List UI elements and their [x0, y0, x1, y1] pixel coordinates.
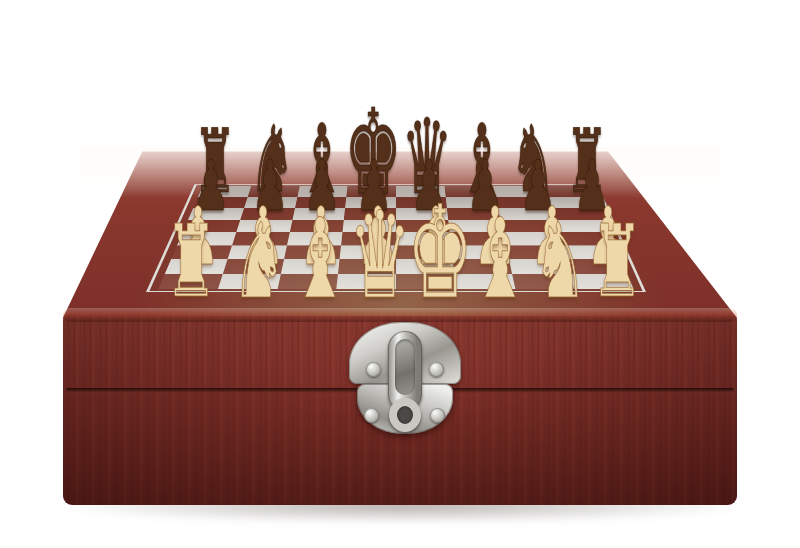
piece-white-bishop-f1[interactable]: ♝ [471, 204, 528, 314]
piece-white-rook-h1[interactable]: ♜ [591, 212, 643, 312]
screw-icon [430, 408, 445, 423]
piece-white-bishop-c1[interactable]: ♝ [291, 204, 348, 314]
piece-white-rook-a1[interactable]: ♜ [165, 212, 217, 312]
piece-white-queen-d1[interactable]: ♛ [349, 196, 411, 316]
piece-white-knight-b1[interactable]: ♞ [232, 209, 286, 313]
screw-icon [366, 362, 381, 377]
latch-tongue-slot [395, 339, 415, 395]
chess-box-photo: ♜♞♝♚♛♝♞♜♟♟♟♟♟♟♟♟♟♟♟♟♟♟♟♟♜♞♝♛♚♝♞♜ [0, 0, 800, 548]
latch-clasp[interactable] [349, 322, 461, 436]
latch-hook-ring [389, 398, 421, 432]
screw-icon [364, 408, 379, 423]
piece-white-knight-g1[interactable]: ♞ [533, 209, 587, 313]
piece-white-king-e1[interactable]: ♚ [407, 189, 474, 317]
screw-icon [429, 362, 444, 377]
